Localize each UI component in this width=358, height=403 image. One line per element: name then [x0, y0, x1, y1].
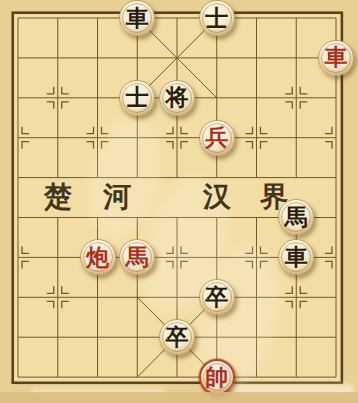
board-point-f2r4[interactable]: [78, 158, 118, 198]
board-point-f7r6[interactable]: 車: [276, 237, 316, 277]
board-point-f0r0[interactable]: [0, 0, 38, 38]
board-point-f4r0[interactable]: [157, 0, 197, 38]
board-point-f7r5[interactable]: 馬: [276, 198, 316, 238]
piece-black-horse[interactable]: 馬: [278, 199, 314, 235]
piece-red-chariot[interactable]: 車: [318, 40, 354, 76]
board-point-f4r4[interactable]: [157, 158, 197, 198]
board-point-f6r6[interactable]: [237, 237, 277, 277]
piece-black-soldier-a[interactable]: 卒: [199, 279, 235, 315]
board-point-f3r6[interactable]: 馬: [117, 237, 157, 277]
board-point-f1r4[interactable]: [38, 158, 78, 198]
board-point-f0r3[interactable]: [0, 118, 38, 158]
board-point-f0r9[interactable]: [0, 357, 38, 397]
board-point-f6r1[interactable]: [237, 38, 277, 78]
board-point-f1r7[interactable]: [38, 277, 78, 317]
piece-glyph: 卒: [166, 325, 189, 348]
piece-glyph: 士: [126, 85, 149, 108]
board-point-f0r4[interactable]: [0, 158, 38, 198]
board-point-f8r9[interactable]: [316, 357, 356, 397]
piece-black-advisor-a[interactable]: 士: [199, 0, 235, 36]
board-point-f1r8[interactable]: [38, 317, 78, 357]
board-point-f8r3[interactable]: [316, 118, 356, 158]
board-point-f6r9[interactable]: [237, 357, 277, 397]
board-point-f3r5[interactable]: [117, 198, 157, 238]
board-point-f2r7[interactable]: [78, 277, 118, 317]
piece-black-soldier-b[interactable]: 卒: [159, 319, 195, 355]
board-point-f4r9[interactable]: [157, 357, 197, 397]
board-point-f5r5[interactable]: [197, 198, 237, 238]
board-point-f1r3[interactable]: [38, 118, 78, 158]
board-point-f6r7[interactable]: [237, 277, 277, 317]
piece-glyph: 車: [126, 6, 149, 29]
board-point-f7r4[interactable]: [276, 158, 316, 198]
board-point-f7r8[interactable]: [276, 317, 316, 357]
piece-red-horse[interactable]: 馬: [119, 239, 155, 275]
piece-glyph: 帥: [205, 365, 228, 388]
board-point-f8r7[interactable]: [316, 277, 356, 317]
board-point-f5r0[interactable]: 士: [197, 0, 237, 38]
board-point-f3r0[interactable]: 車: [117, 0, 157, 38]
board-point-f3r7[interactable]: [117, 277, 157, 317]
board-point-f5r6[interactable]: [197, 237, 237, 277]
piece-black-chariot-b[interactable]: 車: [278, 239, 314, 275]
board-point-f2r2[interactable]: [78, 78, 118, 118]
board-point-f7r0[interactable]: [276, 0, 316, 38]
board-point-f6r3[interactable]: [237, 118, 277, 158]
board-point-f2r8[interactable]: [78, 317, 118, 357]
board-point-f8r4[interactable]: [316, 158, 356, 198]
board-point-f7r1[interactable]: [276, 38, 316, 78]
piece-glyph: 卒: [205, 285, 228, 308]
piece-red-soldier[interactable]: 兵: [199, 120, 235, 156]
board-point-f5r9[interactable]: 帥: [197, 357, 237, 397]
board-point-f7r2[interactable]: [276, 78, 316, 118]
board-point-f1r9[interactable]: [38, 357, 78, 397]
board-point-f2r6[interactable]: 炮: [78, 237, 118, 277]
board-point-f8r5[interactable]: [316, 198, 356, 238]
board-point-f1r6[interactable]: [38, 237, 78, 277]
board-point-f3r2[interactable]: 士: [117, 78, 157, 118]
board-point-f3r9[interactable]: [117, 357, 157, 397]
board-point-f8r8[interactable]: [316, 317, 356, 357]
piece-glyph: 兵: [205, 125, 228, 148]
board-points-grid: 車士車士将兵馬炮馬車卒卒帥: [0, 0, 356, 397]
board-point-f0r7[interactable]: [0, 277, 38, 317]
piece-glyph: 車: [325, 45, 348, 68]
board-point-f3r3[interactable]: [117, 118, 157, 158]
board-point-f1r5[interactable]: [38, 198, 78, 238]
xiangqi-board: 楚 河 汉 界 車士車士将兵馬炮馬車卒卒帥: [0, 0, 358, 403]
board-point-f6r4[interactable]: [237, 158, 277, 198]
board-point-f4r5[interactable]: [157, 198, 197, 238]
piece-black-chariot-a[interactable]: 車: [119, 0, 155, 36]
board-point-f4r1[interactable]: [157, 38, 197, 78]
board-point-f3r1[interactable]: [117, 38, 157, 78]
board-point-f6r0[interactable]: [237, 0, 277, 38]
board-point-f3r4[interactable]: [117, 158, 157, 198]
board-point-f0r6[interactable]: [0, 237, 38, 277]
board-point-f0r8[interactable]: [0, 317, 38, 357]
piece-red-general[interactable]: 帥: [199, 359, 235, 395]
piece-black-advisor-b[interactable]: 士: [119, 80, 155, 116]
board-point-f0r2[interactable]: [0, 78, 38, 118]
board-point-f4r2[interactable]: 将: [157, 78, 197, 118]
board-point-f5r7[interactable]: 卒: [197, 277, 237, 317]
board-point-f2r1[interactable]: [78, 38, 118, 78]
piece-glyph: 炮: [86, 245, 109, 268]
board-point-f6r8[interactable]: [237, 317, 277, 357]
piece-glyph: 士: [205, 6, 228, 29]
piece-glyph: 将: [166, 85, 189, 108]
board-point-f1r1[interactable]: [38, 38, 78, 78]
board-point-f5r1[interactable]: [197, 38, 237, 78]
board-point-f2r3[interactable]: [78, 118, 118, 158]
board-point-f8r0[interactable]: [316, 0, 356, 38]
board-point-f8r2[interactable]: [316, 78, 356, 118]
board-point-f4r6[interactable]: [157, 237, 197, 277]
board-point-f7r7[interactable]: [276, 277, 316, 317]
board-point-f3r8[interactable]: [117, 317, 157, 357]
board-point-f4r7[interactable]: [157, 277, 197, 317]
board-point-f5r4[interactable]: [197, 158, 237, 198]
piece-glyph: 馬: [126, 245, 149, 268]
board-point-f5r8[interactable]: [197, 317, 237, 357]
board-point-f2r9[interactable]: [78, 357, 118, 397]
piece-black-general[interactable]: 将: [159, 80, 195, 116]
board-point-f0r1[interactable]: [0, 38, 38, 78]
piece-glyph: 車: [285, 245, 308, 268]
board-point-f2r0[interactable]: [78, 0, 118, 38]
piece-glyph: 馬: [285, 205, 308, 228]
board-point-f2r5[interactable]: [78, 198, 118, 238]
board-point-f0r5[interactable]: [0, 198, 38, 238]
board-point-f4r3[interactable]: [157, 118, 197, 158]
board-point-f6r2[interactable]: [237, 78, 277, 118]
board-point-f5r2[interactable]: [197, 78, 237, 118]
board-point-f5r3[interactable]: 兵: [197, 118, 237, 158]
board-point-f4r8[interactable]: 卒: [157, 317, 197, 357]
board-point-f8r1[interactable]: 車: [316, 38, 356, 78]
board-point-f8r6[interactable]: [316, 237, 356, 277]
board-point-f6r5[interactable]: [237, 198, 277, 238]
board-point-f7r9[interactable]: [276, 357, 316, 397]
board-point-f1r0[interactable]: [38, 0, 78, 38]
board-point-f1r2[interactable]: [38, 78, 78, 118]
piece-red-cannon[interactable]: 炮: [80, 239, 116, 275]
board-point-f7r3[interactable]: [276, 118, 316, 158]
